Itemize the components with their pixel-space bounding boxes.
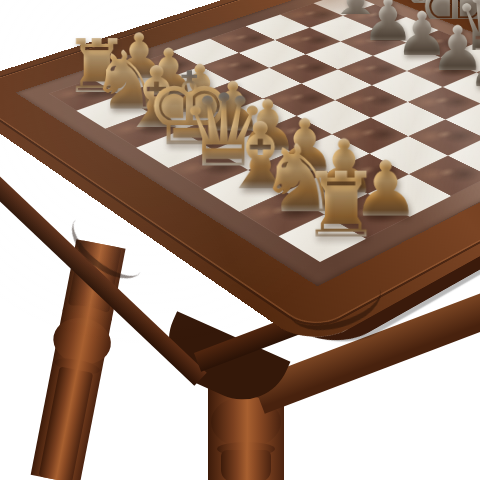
chess-table-photo: ♜♟♟♜♞♟♟♞♝♟♟♝♚♟♟♚♛♟♟♛♝♟♟♝♞♟♟♞♜♟♟♜ [0, 0, 480, 480]
chess-piece-black-P[interactable]: ♟ [467, 35, 480, 95]
chess-piece-white-R[interactable]: ♜ [300, 163, 381, 249]
